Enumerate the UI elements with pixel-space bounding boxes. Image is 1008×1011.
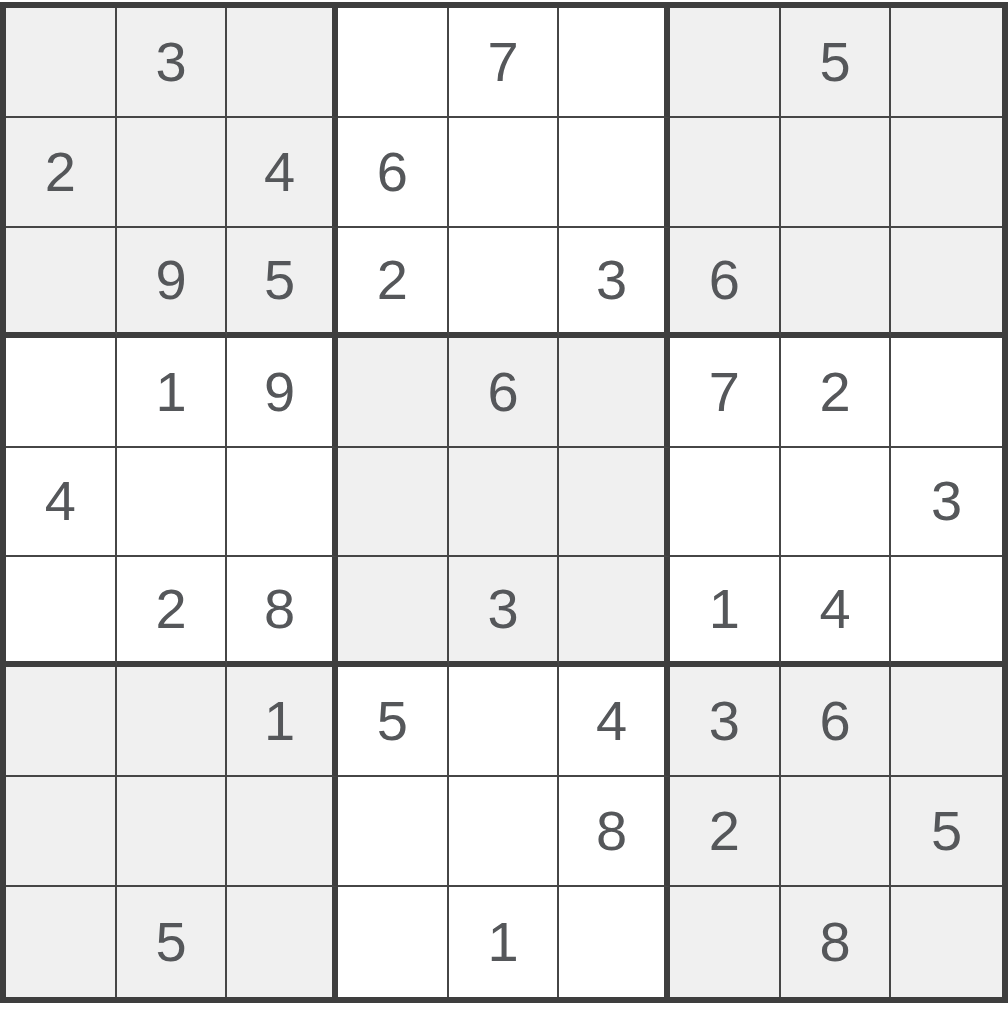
cell-r7c7[interactable]: 3 — [670, 667, 781, 777]
cell-r6c4[interactable] — [338, 557, 449, 667]
cell-r3c9[interactable] — [891, 228, 1002, 338]
cell-r3c8[interactable] — [781, 228, 892, 338]
cell-r7c6[interactable]: 4 — [559, 667, 670, 777]
cell-r8c7[interactable]: 2 — [670, 777, 781, 887]
cell-r1c2[interactable]: 3 — [117, 8, 228, 118]
cell-r7c4[interactable]: 5 — [338, 667, 449, 777]
cell-r8c8[interactable] — [781, 777, 892, 887]
cell-r4c8[interactable]: 2 — [781, 338, 892, 448]
cell-r3c6[interactable]: 3 — [559, 228, 670, 338]
cell-r3c1[interactable] — [6, 228, 117, 338]
cell-r3c5[interactable] — [449, 228, 560, 338]
cell-r9c5[interactable]: 1 — [449, 887, 560, 997]
cell-r8c6[interactable]: 8 — [559, 777, 670, 887]
cell-r5c3[interactable] — [227, 448, 338, 558]
cell-r4c4[interactable] — [338, 338, 449, 448]
cell-r4c2[interactable]: 1 — [117, 338, 228, 448]
cell-r5c2[interactable] — [117, 448, 228, 558]
cell-r4c9[interactable] — [891, 338, 1002, 448]
cell-r7c9[interactable] — [891, 667, 1002, 777]
cell-r6c8[interactable]: 4 — [781, 557, 892, 667]
cell-r9c1[interactable] — [6, 887, 117, 997]
cell-r1c1[interactable] — [6, 8, 117, 118]
cell-r4c5[interactable]: 6 — [449, 338, 560, 448]
sudoku-board: 3752469523619672432831415436825518 — [0, 2, 1008, 1003]
cell-r2c6[interactable] — [559, 118, 670, 228]
cell-r5c5[interactable] — [449, 448, 560, 558]
cell-r6c1[interactable] — [6, 557, 117, 667]
cell-r9c8[interactable]: 8 — [781, 887, 892, 997]
cell-r9c4[interactable] — [338, 887, 449, 997]
cell-r9c3[interactable] — [227, 887, 338, 997]
sudoku-page: 3752469523619672432831415436825518 — [0, 0, 1008, 1011]
cell-r4c1[interactable] — [6, 338, 117, 448]
cell-r4c7[interactable]: 7 — [670, 338, 781, 448]
cell-r7c8[interactable]: 6 — [781, 667, 892, 777]
cell-r3c2[interactable]: 9 — [117, 228, 228, 338]
cell-r1c6[interactable] — [559, 8, 670, 118]
cell-r3c4[interactable]: 2 — [338, 228, 449, 338]
cell-r7c2[interactable] — [117, 667, 228, 777]
cell-r1c9[interactable] — [891, 8, 1002, 118]
cell-r3c3[interactable]: 5 — [227, 228, 338, 338]
cell-r8c2[interactable] — [117, 777, 228, 887]
cell-r9c9[interactable] — [891, 887, 1002, 997]
cell-r1c8[interactable]: 5 — [781, 8, 892, 118]
cell-r3c7[interactable]: 6 — [670, 228, 781, 338]
cell-r7c3[interactable]: 1 — [227, 667, 338, 777]
cell-r8c4[interactable] — [338, 777, 449, 887]
cell-r2c5[interactable] — [449, 118, 560, 228]
cell-r9c2[interactable]: 5 — [117, 887, 228, 997]
cell-r8c9[interactable]: 5 — [891, 777, 1002, 887]
cell-r5c4[interactable] — [338, 448, 449, 558]
cell-r8c5[interactable] — [449, 777, 560, 887]
cell-r1c3[interactable] — [227, 8, 338, 118]
cell-r2c4[interactable]: 6 — [338, 118, 449, 228]
cell-r9c6[interactable] — [559, 887, 670, 997]
cell-r2c8[interactable] — [781, 118, 892, 228]
cell-r7c1[interactable] — [6, 667, 117, 777]
cell-r5c8[interactable] — [781, 448, 892, 558]
cell-r6c2[interactable]: 2 — [117, 557, 228, 667]
cell-r4c6[interactable] — [559, 338, 670, 448]
cell-r4c3[interactable]: 9 — [227, 338, 338, 448]
cell-r2c9[interactable] — [891, 118, 1002, 228]
cell-r2c2[interactable] — [117, 118, 228, 228]
cell-r8c3[interactable] — [227, 777, 338, 887]
cell-r9c7[interactable] — [670, 887, 781, 997]
cell-r2c7[interactable] — [670, 118, 781, 228]
cell-r6c6[interactable] — [559, 557, 670, 667]
cell-r7c5[interactable] — [449, 667, 560, 777]
cell-r8c1[interactable] — [6, 777, 117, 887]
cell-r5c9[interactable]: 3 — [891, 448, 1002, 558]
cell-r1c5[interactable]: 7 — [449, 8, 560, 118]
cell-r6c5[interactable]: 3 — [449, 557, 560, 667]
cell-r6c3[interactable]: 8 — [227, 557, 338, 667]
cell-r5c6[interactable] — [559, 448, 670, 558]
cell-r6c7[interactable]: 1 — [670, 557, 781, 667]
cell-r1c4[interactable] — [338, 8, 449, 118]
cell-r2c1[interactable]: 2 — [6, 118, 117, 228]
cell-r2c3[interactable]: 4 — [227, 118, 338, 228]
cell-r5c1[interactable]: 4 — [6, 448, 117, 558]
cell-r1c7[interactable] — [670, 8, 781, 118]
cell-r5c7[interactable] — [670, 448, 781, 558]
cell-r6c9[interactable] — [891, 557, 1002, 667]
